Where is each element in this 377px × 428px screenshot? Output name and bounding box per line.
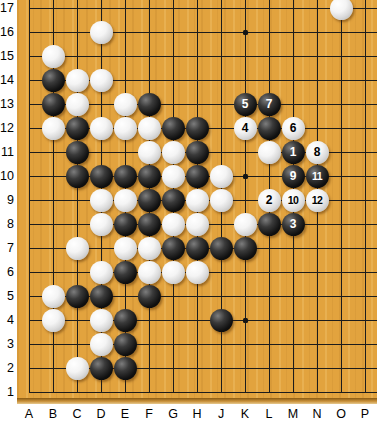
column-label: C — [69, 406, 85, 422]
stone-black[interactable] — [66, 141, 89, 164]
stone-black[interactable] — [162, 237, 185, 260]
stone-white[interactable] — [114, 93, 137, 116]
stone-white[interactable] — [186, 261, 209, 284]
move-number: 7 — [258, 93, 281, 116]
stone-white[interactable] — [66, 69, 89, 92]
stone-black[interactable] — [162, 189, 185, 212]
stone-white[interactable] — [90, 117, 113, 140]
row-label: 15 — [0, 48, 14, 64]
go-board[interactable]: 574618911210123 — [17, 0, 377, 398]
stone-white[interactable] — [138, 117, 161, 140]
stone-white[interactable] — [162, 261, 185, 284]
stone-white[interactable] — [114, 237, 137, 260]
stone-black[interactable] — [210, 309, 233, 332]
row-label: 2 — [0, 360, 14, 376]
column-label: P — [357, 406, 373, 422]
stone-white[interactable] — [114, 189, 137, 212]
stone-white[interactable] — [186, 189, 209, 212]
row-label: 7 — [0, 240, 14, 256]
column-label: L — [261, 406, 277, 422]
stones-grid: 574618911210123 — [17, 0, 377, 404]
stone-black[interactable] — [210, 237, 233, 260]
row-label: 9 — [0, 192, 14, 208]
column-label: M — [285, 406, 301, 422]
move-number: 1 — [282, 141, 305, 164]
column-label: K — [237, 406, 253, 422]
stone-white[interactable] — [258, 141, 281, 164]
stone-black[interactable] — [234, 237, 257, 260]
column-label: F — [141, 406, 157, 422]
stone-white[interactable] — [162, 141, 185, 164]
column-label: N — [309, 406, 325, 422]
row-label: 5 — [0, 288, 14, 304]
row-label: 1 — [0, 384, 14, 400]
stone-black[interactable] — [138, 165, 161, 188]
stone-black[interactable] — [186, 141, 209, 164]
stone-black[interactable] — [138, 93, 161, 116]
stone-white[interactable] — [42, 117, 65, 140]
row-label: 17 — [0, 0, 14, 16]
stone-black[interactable] — [186, 117, 209, 140]
move-number: 10 — [282, 189, 305, 212]
stone-black[interactable] — [114, 309, 137, 332]
stone-white[interactable] — [66, 357, 89, 380]
stone-white[interactable] — [162, 213, 185, 236]
row-label: 3 — [0, 336, 14, 352]
stone-black[interactable] — [138, 213, 161, 236]
stone-white[interactable] — [90, 309, 113, 332]
stone-white[interactable] — [42, 45, 65, 68]
stone-black[interactable] — [42, 69, 65, 92]
stone-black[interactable] — [138, 189, 161, 212]
stone-white[interactable] — [42, 285, 65, 308]
stone-white[interactable] — [186, 213, 209, 236]
column-label: J — [213, 406, 229, 422]
stone-white[interactable] — [138, 261, 161, 284]
go-diagram: 574618911210123 171615141312111098765432… — [0, 0, 377, 428]
stone-white[interactable] — [114, 117, 137, 140]
stone-black[interactable]: 5 — [234, 93, 257, 116]
stone-black[interactable] — [66, 117, 89, 140]
column-label: G — [165, 406, 181, 422]
stone-white[interactable]: 4 — [234, 117, 257, 140]
stone-black[interactable] — [90, 357, 113, 380]
stone-white[interactable]: 6 — [282, 117, 305, 140]
stone-white[interactable] — [42, 309, 65, 332]
row-label: 16 — [0, 24, 14, 40]
stone-black[interactable] — [66, 285, 89, 308]
move-number: 8 — [306, 141, 329, 164]
stone-white[interactable] — [330, 0, 353, 20]
move-number: 4 — [234, 117, 257, 140]
move-number: 3 — [282, 213, 305, 236]
row-label: 14 — [0, 72, 14, 88]
stone-black[interactable] — [114, 357, 137, 380]
column-label: A — [21, 406, 37, 422]
stone-white[interactable] — [90, 213, 113, 236]
stone-white[interactable] — [66, 237, 89, 260]
stone-black[interactable]: 9 — [282, 165, 305, 188]
stone-white[interactable] — [162, 165, 185, 188]
stone-white[interactable] — [90, 333, 113, 356]
row-label: 11 — [0, 144, 14, 160]
stone-white[interactable] — [138, 141, 161, 164]
stone-black[interactable] — [258, 213, 281, 236]
column-label: H — [189, 406, 205, 422]
stone-black[interactable] — [42, 93, 65, 116]
move-number: 9 — [282, 165, 305, 188]
stone-black[interactable]: 11 — [306, 165, 329, 188]
stone-black[interactable] — [90, 165, 113, 188]
stone-white[interactable]: 8 — [306, 141, 329, 164]
stone-black[interactable] — [114, 333, 137, 356]
row-label: 10 — [0, 168, 14, 184]
board-edge-bevel — [17, 398, 377, 404]
stone-black[interactable]: 3 — [282, 213, 305, 236]
stone-black[interactable] — [258, 117, 281, 140]
row-label: 4 — [0, 312, 14, 328]
move-number: 2 — [258, 189, 281, 212]
stone-white[interactable]: 12 — [306, 189, 329, 212]
row-label: 8 — [0, 216, 14, 232]
stone-black[interactable] — [186, 237, 209, 260]
row-label: 12 — [0, 120, 14, 136]
stone-white[interactable] — [90, 21, 113, 44]
stone-black[interactable] — [114, 261, 137, 284]
stone-white[interactable] — [90, 189, 113, 212]
column-label: B — [45, 406, 61, 422]
stone-black[interactable]: 7 — [258, 93, 281, 116]
stone-black[interactable] — [114, 165, 137, 188]
move-number: 12 — [306, 189, 329, 212]
row-label: 6 — [0, 264, 14, 280]
move-number: 6 — [282, 117, 305, 140]
move-number: 5 — [234, 93, 257, 116]
column-label: E — [117, 406, 133, 422]
stone-black[interactable] — [114, 213, 137, 236]
stone-white[interactable] — [90, 69, 113, 92]
stone-black[interactable] — [162, 117, 185, 140]
column-label: O — [333, 406, 349, 422]
stone-black[interactable] — [186, 165, 209, 188]
stone-white[interactable]: 2 — [258, 189, 281, 212]
stone-white[interactable]: 10 — [282, 189, 305, 212]
stone-white[interactable] — [90, 261, 113, 284]
stone-black[interactable] — [138, 285, 161, 308]
stone-white[interactable] — [210, 165, 233, 188]
stone-white[interactable] — [66, 93, 89, 116]
stone-black[interactable] — [90, 285, 113, 308]
stone-white[interactable] — [138, 237, 161, 260]
stone-black[interactable]: 1 — [282, 141, 305, 164]
row-label: 13 — [0, 96, 14, 112]
column-label: D — [93, 406, 109, 422]
stone-black[interactable] — [66, 165, 89, 188]
stone-white[interactable] — [210, 189, 233, 212]
move-number: 11 — [306, 165, 329, 188]
stone-white[interactable] — [234, 213, 257, 236]
